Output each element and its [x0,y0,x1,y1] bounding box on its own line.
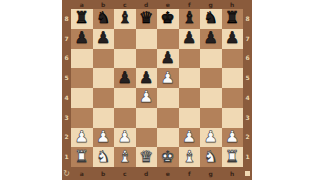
square-c4[interactable] [114,88,136,108]
top-left-corner [62,0,71,9]
square-b6[interactable] [93,49,115,69]
file-label-g-top: g [200,0,222,9]
piece-white-pawn[interactable]: ♟ [225,129,239,146]
square-f2[interactable]: ♟ [179,128,201,148]
square-f3[interactable] [179,108,201,128]
square-b8[interactable]: ♞ [93,9,115,29]
square-g8[interactable]: ♞ [200,9,222,29]
rank-label-2-right: 2 [243,128,252,148]
piece-white-knight[interactable]: ♞ [96,149,110,166]
piece-black-pawn[interactable]: ♟ [161,50,175,67]
square-e2[interactable] [157,128,179,148]
rank-label-8-right: 8 [243,9,252,29]
square-d8[interactable]: ♛ [136,9,158,29]
piece-black-pawn[interactable]: ♟ [75,30,89,47]
piece-black-king[interactable]: ♚ [161,10,175,27]
square-b7[interactable]: ♟ [93,29,115,49]
piece-black-bishop[interactable]: ♝ [118,10,132,27]
rank-label-4-right: 4 [243,88,252,108]
square-c5[interactable]: ♟ [114,68,136,88]
square-h4[interactable] [222,88,244,108]
piece-white-pawn[interactable]: ♟ [75,129,89,146]
piece-white-rook[interactable]: ♜ [75,149,89,166]
file-label-a-bottom: a [71,167,93,180]
piece-black-pawn[interactable]: ♟ [96,30,110,47]
flip-board-icon[interactable]: ↻ [63,170,70,178]
piece-black-rook[interactable]: ♜ [225,10,239,27]
piece-white-pawn[interactable]: ♟ [139,89,153,106]
square-a1[interactable]: ♜ [71,147,93,167]
file-label-h-bottom: h [222,167,244,180]
square-a4[interactable] [71,88,93,108]
square-b2[interactable]: ♟ [93,128,115,148]
piece-black-pawn[interactable]: ♟ [139,70,153,87]
square-h2[interactable]: ♟ [222,128,244,148]
square-c2[interactable]: ♟ [114,128,136,148]
square-d2[interactable] [136,128,158,148]
square-g2[interactable]: ♟ [200,128,222,148]
square-h5[interactable] [222,68,244,88]
square-e7[interactable] [157,29,179,49]
rank-label-7-right: 7 [243,29,252,49]
piece-white-knight[interactable]: ♞ [204,149,218,166]
square-f1[interactable]: ♝ [179,147,201,167]
square-h6[interactable] [222,49,244,69]
corner-badge-icon [245,171,250,176]
square-c8[interactable]: ♝ [114,9,136,29]
file-label-g-bottom: g [200,167,222,180]
square-b1[interactable]: ♞ [93,147,115,167]
square-h8[interactable]: ♜ [222,9,244,29]
square-a8[interactable]: ♜ [71,9,93,29]
rank-label-5-right: 5 [243,68,252,88]
square-d6[interactable] [136,49,158,69]
piece-black-knight[interactable]: ♞ [96,10,110,27]
chessboard: abcdefgh8♜♞♝♛♚♝♞♜87♟♟♟♟♟76♟65♟♟♟54♟4332♟… [62,0,252,180]
file-label-d-top: d [136,0,158,9]
rank-label-6-right: 6 [243,49,252,69]
square-c1[interactable]: ♝ [114,147,136,167]
piece-white-rook[interactable]: ♜ [225,149,239,166]
file-label-h-top: h [222,0,244,9]
square-c3[interactable] [114,108,136,128]
piece-black-knight[interactable]: ♞ [204,10,218,27]
rank-label-1-right: 1 [243,147,252,167]
square-e1[interactable]: ♚ [157,147,179,167]
square-b3[interactable] [93,108,115,128]
square-f6[interactable] [179,49,201,69]
file-label-c-top: c [114,0,136,9]
square-a3[interactable] [71,108,93,128]
piece-white-pawn[interactable]: ♟ [96,129,110,146]
square-f4[interactable] [179,88,201,108]
square-a7[interactable]: ♟ [71,29,93,49]
file-label-e-top: e [157,0,179,9]
square-h1[interactable]: ♜ [222,147,244,167]
rank-label-6-left: 6 [62,49,71,69]
rank-label-1-left: 1 [62,147,71,167]
square-f7[interactable]: ♟ [179,29,201,49]
square-b4[interactable] [93,88,115,108]
piece-black-rook[interactable]: ♜ [75,10,89,27]
square-d5[interactable]: ♟ [136,68,158,88]
rank-label-5-left: 5 [62,68,71,88]
piece-white-pawn[interactable]: ♟ [204,129,218,146]
rank-label-7-left: 7 [62,29,71,49]
square-f8[interactable]: ♝ [179,9,201,29]
page-background: abcdefgh8♜♞♝♛♚♝♞♜87♟♟♟♟♟76♟65♟♟♟54♟4332♟… [0,0,320,180]
square-e5[interactable]: ♟ [157,68,179,88]
square-g1[interactable]: ♞ [200,147,222,167]
square-g5[interactable] [200,68,222,88]
bottom-left-corner: ↻ [62,167,71,180]
square-e6[interactable]: ♟ [157,49,179,69]
piece-white-pawn[interactable]: ♟ [161,70,175,87]
square-e4[interactable] [157,88,179,108]
top-right-corner [243,0,252,9]
rank-label-8-left: 8 [62,9,71,29]
square-g3[interactable] [200,108,222,128]
piece-black-pawn[interactable]: ♟ [118,70,132,87]
square-b5[interactable] [93,68,115,88]
piece-white-pawn[interactable]: ♟ [182,129,196,146]
square-c7[interactable] [114,29,136,49]
square-g6[interactable] [200,49,222,69]
file-label-a-top: a [71,0,93,9]
square-e3[interactable] [157,108,179,128]
piece-white-pawn[interactable]: ♟ [118,129,132,146]
piece-black-bishop[interactable]: ♝ [182,10,196,27]
rank-label-2-left: 2 [62,128,71,148]
rank-label-4-left: 4 [62,88,71,108]
rank-label-3-right: 3 [243,108,252,128]
bottom-right-corner [243,167,252,180]
square-a5[interactable] [71,68,93,88]
square-d3[interactable] [136,108,158,128]
piece-white-bishop[interactable]: ♝ [182,149,196,166]
piece-black-pawn[interactable]: ♟ [204,30,218,47]
square-f5[interactable] [179,68,201,88]
piece-black-pawn[interactable]: ♟ [225,30,239,47]
square-c6[interactable] [114,49,136,69]
piece-black-queen[interactable]: ♛ [139,10,153,27]
file-label-d-bottom: d [136,167,158,180]
file-label-f-top: f [179,0,201,9]
square-d4[interactable]: ♟ [136,88,158,108]
piece-black-pawn[interactable]: ♟ [182,30,196,47]
square-a2[interactable]: ♟ [71,128,93,148]
file-label-e-bottom: e [157,167,179,180]
square-h7[interactable]: ♟ [222,29,244,49]
square-g4[interactable] [200,88,222,108]
file-label-f-bottom: f [179,167,201,180]
file-label-c-bottom: c [114,167,136,180]
piece-white-queen[interactable]: ♛ [139,149,153,166]
square-a6[interactable] [71,49,93,69]
square-g7[interactable]: ♟ [200,29,222,49]
square-h3[interactable] [222,108,244,128]
square-d1[interactable]: ♛ [136,147,158,167]
file-label-b-bottom: b [93,167,115,180]
piece-white-king[interactable]: ♚ [161,149,175,166]
file-label-b-top: b [93,0,115,9]
piece-white-bishop[interactable]: ♝ [118,149,132,166]
square-e8[interactable]: ♚ [157,9,179,29]
rank-label-3-left: 3 [62,108,71,128]
square-d7[interactable] [136,29,158,49]
